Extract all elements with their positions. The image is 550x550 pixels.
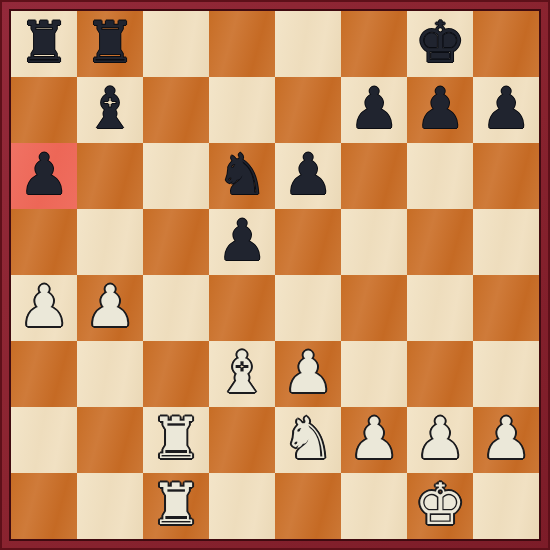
square-f2[interactable]: ♟ xyxy=(341,407,407,473)
square-d1[interactable] xyxy=(209,473,275,539)
square-b6[interactable] xyxy=(77,143,143,209)
square-b5[interactable] xyxy=(77,209,143,275)
square-d2[interactable] xyxy=(209,407,275,473)
black-pawn-h7[interactable]: ♟ xyxy=(480,80,531,137)
black-knight-d6[interactable]: ♞ xyxy=(216,146,267,203)
square-d6[interactable]: ♞ xyxy=(209,143,275,209)
square-d5[interactable]: ♟ xyxy=(209,209,275,275)
square-b8[interactable]: ♜ xyxy=(77,11,143,77)
square-e3[interactable]: ♟ xyxy=(275,341,341,407)
white-pawn-a4[interactable]: ♟ xyxy=(18,278,69,335)
white-rook-c1[interactable]: ♜ xyxy=(150,476,201,533)
black-pawn-g7[interactable]: ♟ xyxy=(414,80,465,137)
square-e7[interactable] xyxy=(275,77,341,143)
square-a6[interactable]: ♟ xyxy=(11,143,77,209)
square-c6[interactable] xyxy=(143,143,209,209)
white-pawn-g2[interactable]: ♟ xyxy=(414,410,465,467)
square-g5[interactable] xyxy=(407,209,473,275)
square-d3[interactable]: ♝ xyxy=(209,341,275,407)
square-b3[interactable] xyxy=(77,341,143,407)
square-g2[interactable]: ♟ xyxy=(407,407,473,473)
white-knight-e2[interactable]: ♞ xyxy=(282,410,333,467)
black-pawn-f7[interactable]: ♟ xyxy=(348,80,399,137)
square-c7[interactable] xyxy=(143,77,209,143)
square-b4[interactable]: ♟ xyxy=(77,275,143,341)
white-pawn-b4[interactable]: ♟ xyxy=(84,278,135,335)
square-h6[interactable] xyxy=(473,143,539,209)
square-e4[interactable] xyxy=(275,275,341,341)
black-bishop-b7[interactable]: ♝ xyxy=(84,80,135,137)
board-frame: ♜♜♚♝♟♟♟♟♞♟♟♟♟♝♟♜♞♟♟♟♜♚ xyxy=(0,0,550,550)
white-rook-c2[interactable]: ♜ xyxy=(150,410,201,467)
square-e1[interactable] xyxy=(275,473,341,539)
white-pawn-f2[interactable]: ♟ xyxy=(348,410,399,467)
square-h5[interactable] xyxy=(473,209,539,275)
square-h1[interactable] xyxy=(473,473,539,539)
square-c4[interactable] xyxy=(143,275,209,341)
square-a4[interactable]: ♟ xyxy=(11,275,77,341)
black-rook-b8[interactable]: ♜ xyxy=(84,14,135,71)
white-bishop-d3[interactable]: ♝ xyxy=(216,344,267,401)
square-h2[interactable]: ♟ xyxy=(473,407,539,473)
square-f7[interactable]: ♟ xyxy=(341,77,407,143)
white-pawn-h2[interactable]: ♟ xyxy=(480,410,531,467)
square-g7[interactable]: ♟ xyxy=(407,77,473,143)
square-h7[interactable]: ♟ xyxy=(473,77,539,143)
square-a5[interactable] xyxy=(11,209,77,275)
black-rook-a8[interactable]: ♜ xyxy=(18,14,69,71)
square-h8[interactable] xyxy=(473,11,539,77)
square-g6[interactable] xyxy=(407,143,473,209)
square-a1[interactable] xyxy=(11,473,77,539)
square-c8[interactable] xyxy=(143,11,209,77)
square-a2[interactable] xyxy=(11,407,77,473)
square-h4[interactable] xyxy=(473,275,539,341)
square-d8[interactable] xyxy=(209,11,275,77)
black-pawn-d5[interactable]: ♟ xyxy=(216,212,267,269)
square-c3[interactable] xyxy=(143,341,209,407)
square-e5[interactable] xyxy=(275,209,341,275)
square-e2[interactable]: ♞ xyxy=(275,407,341,473)
square-b1[interactable] xyxy=(77,473,143,539)
square-g1[interactable]: ♚ xyxy=(407,473,473,539)
square-f6[interactable] xyxy=(341,143,407,209)
square-g4[interactable] xyxy=(407,275,473,341)
square-g3[interactable] xyxy=(407,341,473,407)
square-a7[interactable] xyxy=(11,77,77,143)
square-h3[interactable] xyxy=(473,341,539,407)
square-e8[interactable] xyxy=(275,11,341,77)
square-c5[interactable] xyxy=(143,209,209,275)
square-c1[interactable]: ♜ xyxy=(143,473,209,539)
black-pawn-e6[interactable]: ♟ xyxy=(282,146,333,203)
black-king-g8[interactable]: ♚ xyxy=(414,14,465,71)
square-b2[interactable] xyxy=(77,407,143,473)
square-f1[interactable] xyxy=(341,473,407,539)
square-c2[interactable]: ♜ xyxy=(143,407,209,473)
square-d7[interactable] xyxy=(209,77,275,143)
square-a8[interactable]: ♜ xyxy=(11,11,77,77)
square-g8[interactable]: ♚ xyxy=(407,11,473,77)
chess-board: ♜♜♚♝♟♟♟♟♞♟♟♟♟♝♟♜♞♟♟♟♜♚ xyxy=(11,11,539,539)
square-f8[interactable] xyxy=(341,11,407,77)
square-d4[interactable] xyxy=(209,275,275,341)
white-pawn-e3[interactable]: ♟ xyxy=(282,344,333,401)
square-e6[interactable]: ♟ xyxy=(275,143,341,209)
square-f4[interactable] xyxy=(341,275,407,341)
square-b7[interactable]: ♝ xyxy=(77,77,143,143)
square-f5[interactable] xyxy=(341,209,407,275)
black-pawn-a6[interactable]: ♟ xyxy=(18,146,69,203)
square-a3[interactable] xyxy=(11,341,77,407)
square-f3[interactable] xyxy=(341,341,407,407)
white-king-g1[interactable]: ♚ xyxy=(414,476,465,533)
